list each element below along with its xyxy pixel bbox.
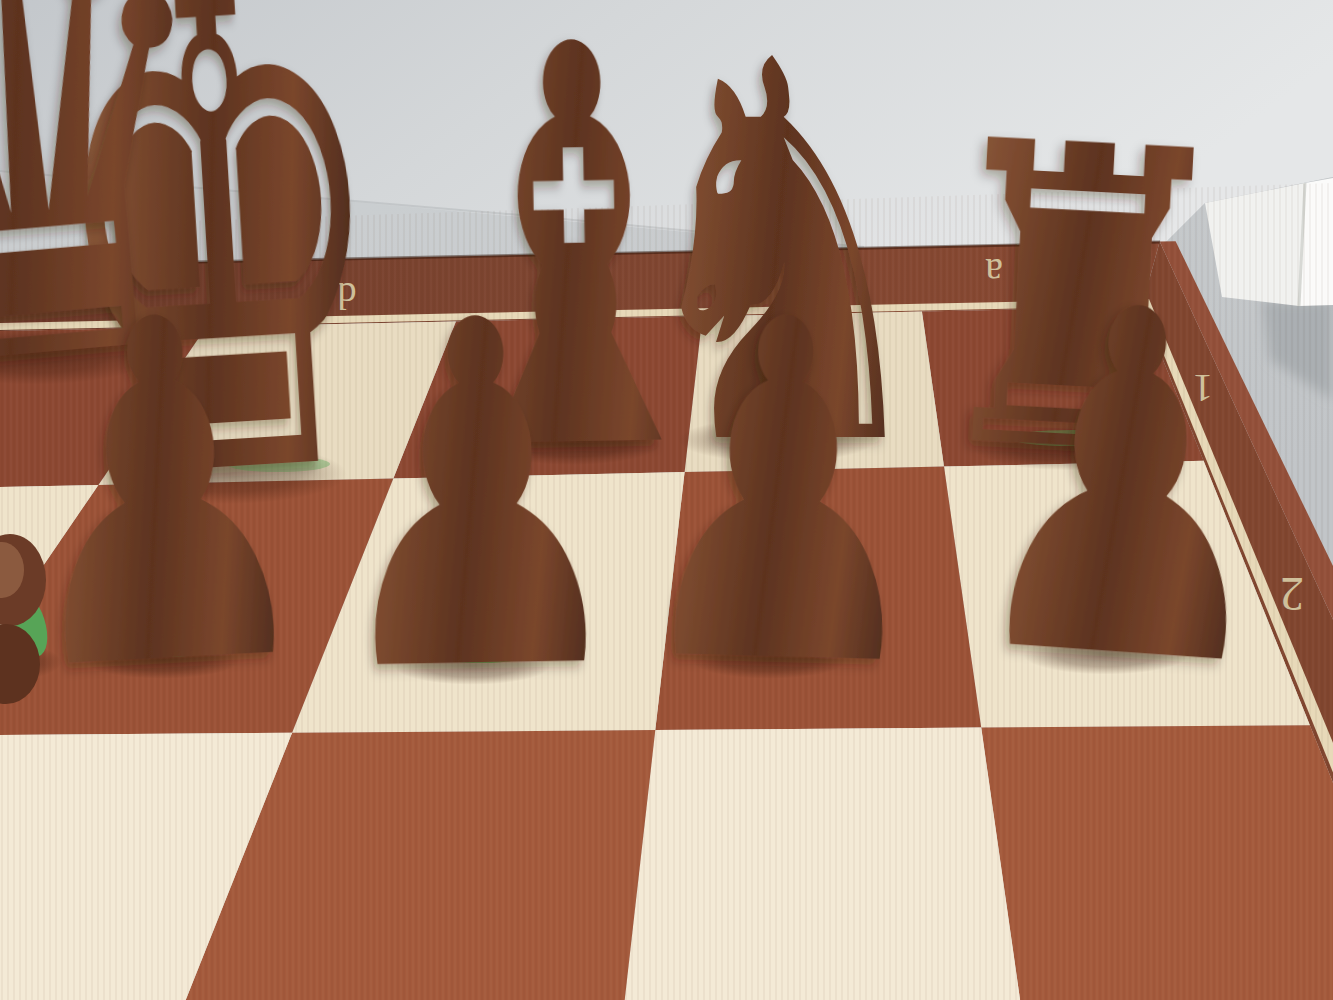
piece-pawn-b2: ♟ [620,218,945,770]
photo-stage: Close-up photograph of a wooden Staunton… [0,0,1333,1000]
piece-pawn-d2: ♟ [0,213,333,777]
pieces: ♜♞♝♚♛♟♟♟♟ [0,0,1308,777]
chess-board-photo: ad12♜♞♝♚♛♟♟♟♟ [0,0,1333,1000]
piece-pawn-c2: ♟ [316,218,641,777]
coordinate-label-2: 2 [1280,568,1304,621]
piece-pawn-a2: ♟ [947,199,1308,773]
